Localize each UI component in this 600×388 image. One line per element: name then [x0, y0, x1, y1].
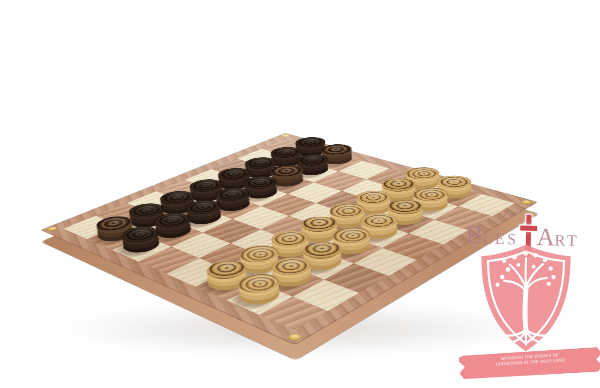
checkers-board — [41, 133, 538, 345]
product-photo-stage: TheBLESART BRINGING — [0, 0, 600, 388]
board-grid — [41, 133, 538, 345]
shield-tree-logo — [476, 242, 576, 354]
board-face — [41, 133, 538, 345]
logo-the-text: The — [503, 209, 515, 218]
